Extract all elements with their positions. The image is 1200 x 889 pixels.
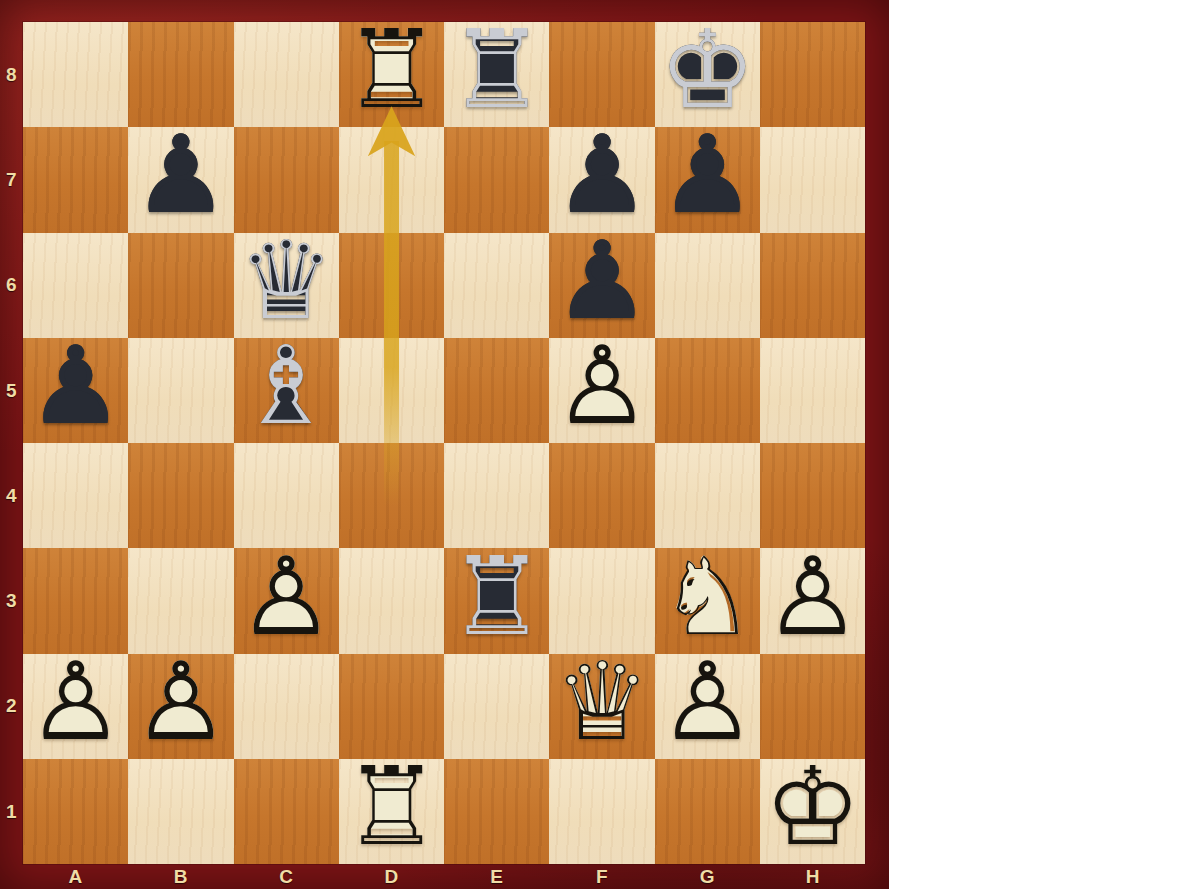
white-pawn-glyph-outline: ♙ (27, 649, 124, 754)
square-e6 (444, 233, 549, 338)
square-e8: ♜♖ (444, 22, 549, 127)
square-b2: ♟♙ (128, 654, 233, 759)
square-d7 (339, 127, 444, 232)
square-a2: ♟♙ (23, 654, 128, 759)
rank-label-5: 5 (0, 338, 23, 443)
square-a4 (23, 443, 128, 548)
square-e1 (444, 759, 549, 864)
piece-black-pawn: ♟♙ (655, 127, 760, 232)
square-g1 (655, 759, 760, 864)
square-e3: ♜♖ (444, 548, 549, 653)
square-h1: ♚♔ (760, 759, 865, 864)
rank-label-2: 2 (0, 654, 23, 759)
square-c2 (234, 654, 339, 759)
black-pawn-glyph-outline: ♙ (27, 333, 124, 438)
piece-white-pawn: ♟♙ (23, 654, 128, 759)
rank-label-4: 4 (0, 443, 23, 548)
rank-label-3: 3 (0, 549, 23, 654)
square-d1: ♜♖ (339, 759, 444, 864)
white-king-glyph-outline: ♔ (764, 754, 861, 859)
rank-label-7: 7 (0, 127, 23, 232)
white-pawn-glyph-outline: ♙ (554, 333, 651, 438)
white-queen-glyph-outline: ♕ (554, 649, 651, 754)
square-b7: ♟♙ (128, 127, 233, 232)
square-f2: ♛♕ (549, 654, 654, 759)
square-b4 (128, 443, 233, 548)
square-h6 (760, 233, 865, 338)
square-e7 (444, 127, 549, 232)
file-label-g: G (655, 864, 760, 889)
piece-white-queen: ♛♕ (549, 654, 654, 759)
white-rook-glyph-outline: ♖ (343, 754, 440, 859)
piece-black-rook: ♜♖ (444, 548, 549, 653)
black-bishop-glyph-outline: ♗ (238, 333, 335, 438)
square-b6 (128, 233, 233, 338)
piece-black-pawn: ♟♙ (128, 127, 233, 232)
piece-white-pawn: ♟♙ (549, 338, 654, 443)
square-g5 (655, 338, 760, 443)
square-d3 (339, 548, 444, 653)
square-c8 (234, 22, 339, 127)
rank-label-6: 6 (0, 233, 23, 338)
square-c3: ♟♙ (234, 548, 339, 653)
piece-white-rook: ♜♖ (339, 22, 444, 127)
square-d4 (339, 443, 444, 548)
square-d6 (339, 233, 444, 338)
square-a8 (23, 22, 128, 127)
black-pawn-glyph-outline: ♙ (133, 122, 230, 227)
file-label-c: C (234, 864, 339, 889)
white-knight-glyph-outline: ♘ (659, 544, 756, 649)
black-rook-glyph-outline: ♖ (448, 17, 545, 122)
piece-black-rook: ♜♖ (444, 22, 549, 127)
square-d5 (339, 338, 444, 443)
rank-label-1: 1 (0, 759, 23, 864)
black-pawn-glyph-outline: ♙ (659, 122, 756, 227)
square-b1 (128, 759, 233, 864)
square-c1 (234, 759, 339, 864)
piece-white-rook: ♜♖ (339, 759, 444, 864)
white-pawn-glyph-outline: ♙ (659, 649, 756, 754)
square-d8: ♜♖ (339, 22, 444, 127)
square-f5: ♟♙ (549, 338, 654, 443)
black-king-glyph-outline: ♔ (659, 17, 756, 122)
piece-white-pawn: ♟♙ (655, 654, 760, 759)
black-pawn-glyph-outline: ♙ (554, 122, 651, 227)
white-rook-glyph-outline: ♖ (343, 17, 440, 122)
piece-white-pawn: ♟♙ (128, 654, 233, 759)
file-label-h: H (760, 864, 865, 889)
square-f4 (549, 443, 654, 548)
black-rook-glyph-outline: ♖ (448, 544, 545, 649)
file-label-d: D (339, 864, 444, 889)
white-pawn-glyph-outline: ♙ (133, 649, 230, 754)
piece-black-pawn: ♟♙ (23, 338, 128, 443)
rank-label-8: 8 (0, 22, 23, 127)
piece-white-pawn: ♟♙ (760, 548, 865, 653)
square-e5 (444, 338, 549, 443)
square-a5: ♟♙ (23, 338, 128, 443)
square-h7 (760, 127, 865, 232)
square-e2 (444, 654, 549, 759)
square-h8 (760, 22, 865, 127)
square-g6 (655, 233, 760, 338)
square-h3: ♟♙ (760, 548, 865, 653)
square-a7 (23, 127, 128, 232)
black-pawn-glyph-outline: ♙ (554, 228, 651, 333)
white-pawn-glyph-outline: ♙ (764, 544, 861, 649)
piece-black-bishop: ♝♗ (234, 338, 339, 443)
file-label-e: E (444, 864, 549, 889)
chess-board-frame: ♜♖♜♖♚♔♟♙♟♙♟♙♛♕♟♙♟♙♝♗♟♙♟♙♜♖♞♘♟♙♟♙♟♙♛♕♟♙♜♖… (0, 0, 889, 889)
white-pawn-glyph-outline: ♙ (238, 544, 335, 649)
chess-board: ♜♖♜♖♚♔♟♙♟♙♟♙♛♕♟♙♟♙♝♗♟♙♟♙♜♖♞♘♟♙♟♙♟♙♛♕♟♙♜♖… (23, 22, 865, 864)
square-b5 (128, 338, 233, 443)
file-label-b: B (128, 864, 233, 889)
piece-white-king: ♚♔ (760, 759, 865, 864)
file-label-a: A (23, 864, 128, 889)
square-g7: ♟♙ (655, 127, 760, 232)
page: ♜♖♜♖♚♔♟♙♟♙♟♙♛♕♟♙♟♙♝♗♟♙♟♙♜♖♞♘♟♙♟♙♟♙♛♕♟♙♜♖… (0, 0, 1200, 889)
piece-white-pawn: ♟♙ (234, 548, 339, 653)
square-a1 (23, 759, 128, 864)
square-g2: ♟♙ (655, 654, 760, 759)
black-queen-glyph-outline: ♕ (238, 228, 335, 333)
file-label-f: F (550, 864, 655, 889)
square-f1 (549, 759, 654, 864)
square-h5 (760, 338, 865, 443)
square-c5: ♝♗ (234, 338, 339, 443)
